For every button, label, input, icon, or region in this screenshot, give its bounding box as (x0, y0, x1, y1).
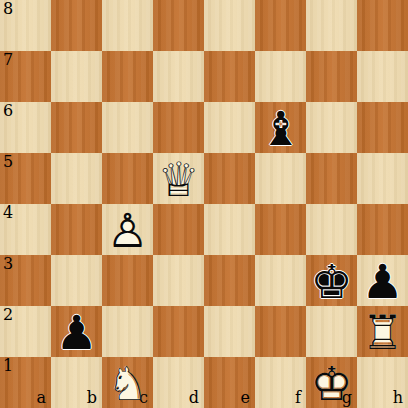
black-pawn-b2[interactable]: ♟ (51, 306, 102, 357)
rank-label-3: 3 (3, 256, 13, 272)
rank-label-2: 2 (3, 307, 13, 323)
square-g1[interactable]: g♚♔ (306, 357, 357, 408)
square-f5[interactable] (255, 153, 306, 204)
rank-label-7: 7 (3, 52, 13, 68)
file-label-e: e (241, 390, 250, 406)
square-c2[interactable] (102, 306, 153, 357)
black-king-g3[interactable]: ♚ (306, 255, 357, 306)
square-e7[interactable] (204, 51, 255, 102)
square-d8[interactable] (153, 0, 204, 51)
square-b3[interactable] (51, 255, 102, 306)
white-rook-h2[interactable]: ♜♖ (357, 306, 408, 357)
square-d7[interactable] (153, 51, 204, 102)
square-a2[interactable]: 2 (0, 306, 51, 357)
square-f4[interactable] (255, 204, 306, 255)
square-e8[interactable] (204, 0, 255, 51)
square-e4[interactable] (204, 204, 255, 255)
black-pawn-glyph: ♟ (357, 255, 408, 306)
file-label-b: b (87, 390, 97, 406)
square-g6[interactable] (306, 102, 357, 153)
square-a4[interactable]: 4 (0, 204, 51, 255)
square-c6[interactable] (102, 102, 153, 153)
white-queen-d5[interactable]: ♛♕ (153, 153, 204, 204)
white-king-outline-glyph: ♔ (306, 357, 357, 408)
square-a3[interactable]: 3 (0, 255, 51, 306)
square-d3[interactable] (153, 255, 204, 306)
square-b6[interactable] (51, 102, 102, 153)
square-g4[interactable] (306, 204, 357, 255)
square-c3[interactable] (102, 255, 153, 306)
square-f6[interactable]: ♝ (255, 102, 306, 153)
white-pawn-c4[interactable]: ♟♙ (102, 204, 153, 255)
square-d6[interactable] (153, 102, 204, 153)
square-d2[interactable] (153, 306, 204, 357)
square-f1[interactable]: f (255, 357, 306, 408)
square-h6[interactable] (357, 102, 408, 153)
square-h8[interactable] (357, 0, 408, 51)
square-g8[interactable] (306, 0, 357, 51)
square-a5[interactable]: 5 (0, 153, 51, 204)
white-queen-outline-glyph: ♕ (153, 153, 204, 204)
white-king-g1[interactable]: ♚♔ (306, 357, 357, 408)
rank-label-6: 6 (3, 103, 13, 119)
square-g7[interactable] (306, 51, 357, 102)
square-h7[interactable] (357, 51, 408, 102)
square-c1[interactable]: c♞♘ (102, 357, 153, 408)
square-f8[interactable] (255, 0, 306, 51)
square-c8[interactable] (102, 0, 153, 51)
square-h4[interactable] (357, 204, 408, 255)
square-g2[interactable] (306, 306, 357, 357)
square-e1[interactable]: e (204, 357, 255, 408)
black-bishop-f6[interactable]: ♝ (255, 102, 306, 153)
black-pawn-h3[interactable]: ♟ (357, 255, 408, 306)
square-g3[interactable]: ♚ (306, 255, 357, 306)
square-b4[interactable] (51, 204, 102, 255)
file-label-a: a (36, 390, 46, 406)
square-a8[interactable]: 8 (0, 0, 51, 51)
square-c4[interactable]: ♟♙ (102, 204, 153, 255)
chess-board: 876♝5♛♕4♟♙3♚♟2♟♜♖1abc♞♘defg♚♔h (0, 0, 408, 408)
square-a7[interactable]: 7 (0, 51, 51, 102)
square-b2[interactable]: ♟ (51, 306, 102, 357)
square-f7[interactable] (255, 51, 306, 102)
file-label-h: h (393, 390, 403, 406)
black-pawn-glyph: ♟ (51, 306, 102, 357)
white-pawn-outline-glyph: ♙ (102, 204, 153, 255)
square-a6[interactable]: 6 (0, 102, 51, 153)
black-bishop-glyph: ♝ (255, 102, 306, 153)
square-e2[interactable] (204, 306, 255, 357)
square-b1[interactable]: b (51, 357, 102, 408)
square-e5[interactable] (204, 153, 255, 204)
rank-label-8: 8 (3, 1, 13, 17)
square-f3[interactable] (255, 255, 306, 306)
square-d1[interactable]: d (153, 357, 204, 408)
square-b5[interactable] (51, 153, 102, 204)
square-e3[interactable] (204, 255, 255, 306)
file-label-f: f (295, 390, 301, 406)
square-c5[interactable] (102, 153, 153, 204)
square-d5[interactable]: ♛♕ (153, 153, 204, 204)
square-h2[interactable]: ♜♖ (357, 306, 408, 357)
square-b8[interactable] (51, 0, 102, 51)
rank-label-4: 4 (3, 205, 13, 221)
rank-label-1: 1 (3, 358, 13, 374)
file-label-d: d (189, 390, 199, 406)
square-h5[interactable] (357, 153, 408, 204)
square-a1[interactable]: 1a (0, 357, 51, 408)
white-rook-outline-glyph: ♖ (357, 306, 408, 357)
square-f2[interactable] (255, 306, 306, 357)
rank-label-5: 5 (3, 154, 13, 170)
white-knight-c1[interactable]: ♞♘ (102, 357, 153, 408)
square-b7[interactable] (51, 51, 102, 102)
square-e6[interactable] (204, 102, 255, 153)
square-h1[interactable]: h (357, 357, 408, 408)
square-c7[interactable] (102, 51, 153, 102)
square-d4[interactable] (153, 204, 204, 255)
black-king-glyph: ♚ (306, 255, 357, 306)
square-h3[interactable]: ♟ (357, 255, 408, 306)
white-knight-outline-glyph: ♘ (102, 357, 153, 408)
square-g5[interactable] (306, 153, 357, 204)
